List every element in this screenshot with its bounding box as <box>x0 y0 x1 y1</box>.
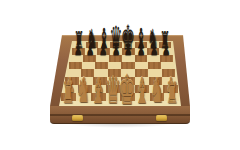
chess-set-photo: ♜♞♝♛♚♝♞♜♟♟♟♟♟♟♟♟♟♟♟♟♟♟♟♟♜♞♝♛♚♝♞♜ <box>0 0 240 150</box>
brass-corner-pin <box>163 35 167 45</box>
box-lid-seam <box>50 114 190 116</box>
board-inlay-border <box>59 41 181 106</box>
chess-box-front-face <box>50 106 190 124</box>
brass-clasp-right <box>156 115 167 121</box>
brass-corner-pin <box>169 98 173 102</box>
brass-clasp-left <box>72 115 83 121</box>
